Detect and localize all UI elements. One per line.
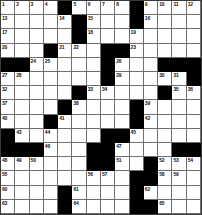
cell-r9c1[interactable]: 40 bbox=[1, 115, 15, 129]
cell-r4c7[interactable] bbox=[87, 44, 101, 58]
clue-number-39: 39 bbox=[145, 100, 150, 106]
cell-r4c5[interactable]: 21 bbox=[58, 44, 72, 58]
block-cell-r10c1 bbox=[1, 129, 15, 143]
block-cell-r1c10 bbox=[130, 1, 144, 15]
cell-r12c4[interactable] bbox=[44, 157, 58, 171]
cell-r6c4[interactable] bbox=[44, 72, 58, 86]
cell-r12c6[interactable] bbox=[72, 157, 86, 171]
cell-r12c1[interactable]: 48 bbox=[1, 157, 15, 171]
cell-r13c2[interactable] bbox=[15, 171, 29, 185]
cell-r3c2[interactable] bbox=[15, 29, 29, 43]
cell-r10c12[interactable] bbox=[158, 129, 172, 143]
cell-r4c14[interactable] bbox=[187, 44, 201, 58]
cell-r3c13[interactable] bbox=[172, 29, 186, 43]
cell-r14c1[interactable]: 60 bbox=[1, 186, 15, 200]
cell-r6c6[interactable] bbox=[72, 72, 86, 86]
cell-r11c9[interactable]: 47 bbox=[115, 143, 129, 157]
cell-r3c8[interactable] bbox=[101, 29, 115, 43]
clue-number-42: 42 bbox=[145, 115, 150, 121]
block-cell-r13c11 bbox=[144, 171, 158, 185]
cell-r15c12[interactable]: 65 bbox=[158, 200, 172, 214]
cell-r7c8[interactable]: 34 bbox=[101, 86, 115, 100]
block-cell-r15c10 bbox=[130, 200, 144, 214]
cell-r7c9[interactable] bbox=[115, 86, 129, 100]
cell-r13c9[interactable] bbox=[115, 171, 129, 185]
clue-number-65: 65 bbox=[159, 200, 164, 206]
cell-r12c13[interactable]: 53 bbox=[172, 157, 186, 171]
block-cell-r1c5 bbox=[58, 1, 72, 15]
clue-number-49: 49 bbox=[16, 157, 21, 163]
clue-number-54: 54 bbox=[188, 157, 193, 163]
clue-number-41: 41 bbox=[59, 115, 64, 121]
cell-r3c9[interactable] bbox=[115, 29, 129, 43]
cell-r7c5[interactable] bbox=[58, 86, 72, 100]
clue-number-31: 31 bbox=[173, 72, 178, 78]
clue-number-60: 60 bbox=[2, 186, 7, 192]
cell-r10c13[interactable] bbox=[172, 129, 186, 143]
cell-r2c7[interactable]: 15 bbox=[87, 15, 101, 29]
cell-r8c3[interactable] bbox=[30, 100, 44, 114]
cell-r7c3[interactable] bbox=[30, 86, 44, 100]
cell-r6c7[interactable] bbox=[87, 72, 101, 86]
cell-r9c3[interactable] bbox=[30, 115, 44, 129]
cell-r4c1[interactable]: 20 bbox=[1, 44, 15, 58]
cell-r7c7[interactable]: 33 bbox=[87, 86, 101, 100]
cell-r9c11[interactable]: 42 bbox=[144, 115, 158, 129]
cell-r14c6[interactable]: 61 bbox=[72, 186, 86, 200]
cell-r11c11[interactable] bbox=[144, 143, 158, 157]
block-cell-r5c13 bbox=[172, 58, 186, 72]
block-cell-r11c3 bbox=[30, 143, 44, 157]
clue-number-35: 35 bbox=[173, 86, 178, 92]
clue-number-18: 18 bbox=[88, 29, 93, 35]
block-cell-r14c10 bbox=[130, 186, 144, 200]
cell-r15c8[interactable] bbox=[101, 200, 115, 214]
cell-r14c7[interactable] bbox=[87, 186, 101, 200]
cell-r5c6[interactable] bbox=[72, 58, 86, 72]
clue-number-33: 33 bbox=[88, 86, 93, 92]
clue-number-64: 64 bbox=[73, 200, 78, 206]
cell-r12c3[interactable]: 50 bbox=[30, 157, 44, 171]
block-cell-r14c5 bbox=[58, 186, 72, 200]
clue-number-52: 52 bbox=[159, 157, 164, 163]
cell-r1c7[interactable]: 6 bbox=[87, 1, 101, 15]
block-cell-r12c11 bbox=[144, 157, 158, 171]
cell-r15c3[interactable] bbox=[30, 200, 44, 214]
cell-r15c2[interactable] bbox=[15, 200, 29, 214]
cell-r2c4[interactable] bbox=[44, 15, 58, 29]
clue-number-46: 46 bbox=[45, 143, 50, 149]
cell-r15c13[interactable] bbox=[172, 200, 186, 214]
clue-number-22: 22 bbox=[73, 44, 78, 50]
block-cell-r7c6 bbox=[72, 86, 86, 100]
cell-r14c3[interactable] bbox=[30, 186, 44, 200]
cell-r14c12[interactable] bbox=[158, 186, 172, 200]
cell-r5c5[interactable] bbox=[58, 58, 72, 72]
cell-r12c2[interactable]: 49 bbox=[15, 157, 29, 171]
clue-number-23: 23 bbox=[131, 44, 136, 50]
cell-r6c13[interactable]: 31 bbox=[172, 72, 186, 86]
cell-r6c11[interactable] bbox=[144, 72, 158, 86]
cell-r1c2[interactable]: 2 bbox=[15, 1, 29, 15]
clue-number-11: 11 bbox=[173, 1, 178, 7]
cell-r11c6[interactable] bbox=[72, 143, 86, 157]
clue-number-9: 9 bbox=[145, 1, 148, 7]
cell-r3c14[interactable] bbox=[187, 29, 201, 43]
block-cell-r8c5 bbox=[58, 100, 72, 114]
cell-r15c14[interactable] bbox=[187, 200, 201, 214]
cell-r7c4[interactable] bbox=[44, 86, 58, 100]
cell-r2c11[interactable]: 16 bbox=[144, 15, 158, 29]
clue-number-12: 12 bbox=[188, 1, 193, 7]
cell-r14c9[interactable] bbox=[115, 186, 129, 200]
cell-r2c2[interactable] bbox=[15, 15, 29, 29]
cell-r9c6[interactable] bbox=[72, 115, 86, 129]
cell-r9c13[interactable] bbox=[172, 115, 186, 129]
clue-number-37: 37 bbox=[2, 100, 7, 106]
cell-r5c10[interactable] bbox=[130, 58, 144, 72]
cell-r3c3[interactable] bbox=[30, 29, 44, 43]
cell-r8c11[interactable]: 39 bbox=[144, 100, 158, 114]
cell-r15c6[interactable]: 64 bbox=[72, 200, 86, 214]
cell-r9c2[interactable] bbox=[15, 115, 29, 129]
block-cell-r5c12 bbox=[158, 58, 172, 72]
cell-r1c14[interactable]: 12 bbox=[187, 1, 201, 15]
clue-number-19: 19 bbox=[131, 29, 136, 35]
cell-r2c8[interactable] bbox=[101, 15, 115, 29]
clue-number-43: 43 bbox=[16, 129, 21, 135]
clue-number-61: 61 bbox=[73, 186, 78, 192]
cell-r12c9[interactable]: 51 bbox=[115, 157, 129, 171]
cell-r8c13[interactable] bbox=[172, 100, 186, 114]
cell-r8c8[interactable] bbox=[101, 100, 115, 114]
cell-r7c13[interactable]: 35 bbox=[172, 86, 186, 100]
clue-number-4: 4 bbox=[45, 1, 48, 7]
cell-r3c4[interactable] bbox=[44, 29, 58, 43]
clue-number-40: 40 bbox=[2, 115, 7, 121]
clue-number-51: 51 bbox=[116, 157, 121, 163]
clue-number-56: 56 bbox=[88, 171, 93, 177]
cell-r13c12[interactable]: 58 bbox=[158, 171, 172, 185]
cell-r3c1[interactable]: 17 bbox=[1, 29, 15, 43]
cell-r1c1[interactable]: 1 bbox=[1, 1, 15, 15]
clue-number-1: 1 bbox=[2, 1, 5, 7]
block-cell-r2c10 bbox=[130, 15, 144, 29]
cell-r5c9[interactable]: 26 bbox=[115, 58, 129, 72]
cell-r1c3[interactable]: 3 bbox=[30, 1, 44, 15]
clue-number-16: 16 bbox=[145, 15, 150, 21]
clue-number-57: 57 bbox=[102, 171, 107, 177]
block-cell-r5c14 bbox=[187, 58, 201, 72]
cell-r6c10[interactable] bbox=[130, 72, 144, 86]
clue-number-44: 44 bbox=[45, 129, 50, 135]
cell-r15c7[interactable] bbox=[87, 200, 101, 214]
clue-number-32: 32 bbox=[2, 86, 7, 92]
clue-number-36: 36 bbox=[188, 86, 193, 92]
cell-r2c5[interactable]: 14 bbox=[58, 15, 72, 29]
cell-r8c14[interactable] bbox=[187, 100, 201, 114]
block-cell-r15c11 bbox=[144, 200, 158, 214]
cell-r6c1[interactable]: 27 bbox=[1, 72, 15, 86]
cell-r15c9[interactable] bbox=[115, 200, 129, 214]
cell-r3c10[interactable]: 19 bbox=[130, 29, 144, 43]
block-cell-r3c6 bbox=[72, 29, 86, 43]
cell-r10c3[interactable] bbox=[30, 129, 44, 143]
block-cell-r6c8 bbox=[101, 72, 115, 86]
clue-number-13: 13 bbox=[2, 15, 7, 21]
cell-r13c4[interactable] bbox=[44, 171, 58, 185]
block-cell-r5c1 bbox=[1, 58, 15, 72]
block-cell-r5c2 bbox=[15, 58, 29, 72]
cell-r9c12[interactable] bbox=[158, 115, 172, 129]
block-cell-r11c8 bbox=[101, 143, 115, 157]
cell-r4c12[interactable] bbox=[158, 44, 172, 58]
cell-r7c11[interactable] bbox=[144, 86, 158, 100]
clue-number-28: 28 bbox=[16, 72, 21, 78]
clue-number-3: 3 bbox=[31, 1, 34, 7]
cell-r11c5[interactable] bbox=[58, 143, 72, 157]
clue-number-8: 8 bbox=[116, 1, 119, 7]
cell-r13c6[interactable] bbox=[72, 171, 86, 185]
cell-r7c1[interactable]: 32 bbox=[1, 86, 15, 100]
clue-number-17: 17 bbox=[2, 29, 7, 35]
cell-r9c9[interactable] bbox=[115, 115, 129, 129]
cell-r12c14[interactable]: 54 bbox=[187, 157, 201, 171]
cell-r1c9[interactable]: 8 bbox=[115, 1, 129, 15]
cell-r13c13[interactable]: 59 bbox=[172, 171, 186, 185]
clue-number-29: 29 bbox=[116, 72, 121, 78]
cell-r11c12[interactable] bbox=[158, 143, 172, 157]
cell-r7c2[interactable] bbox=[15, 86, 29, 100]
cell-r10c2[interactable]: 43 bbox=[15, 129, 29, 143]
cell-r4c13[interactable] bbox=[172, 44, 186, 58]
block-cell-r12c7 bbox=[87, 157, 101, 171]
block-cell-r10c8 bbox=[101, 129, 115, 143]
clue-number-45: 45 bbox=[131, 129, 136, 135]
cell-r10c4[interactable]: 44 bbox=[44, 129, 58, 143]
block-cell-r15c5 bbox=[58, 200, 72, 214]
cell-r10c14[interactable] bbox=[187, 129, 201, 143]
block-cell-r11c1 bbox=[1, 143, 15, 157]
cell-r5c11[interactable] bbox=[144, 58, 158, 72]
block-cell-r4c4 bbox=[44, 44, 58, 58]
clue-number-14: 14 bbox=[59, 15, 64, 21]
clue-number-47: 47 bbox=[116, 143, 121, 149]
cell-r4c10[interactable]: 23 bbox=[130, 44, 144, 58]
cell-r13c3[interactable] bbox=[30, 171, 44, 185]
cell-r12c5[interactable] bbox=[58, 157, 72, 171]
cell-r1c4[interactable]: 4 bbox=[44, 1, 58, 15]
cell-r2c14[interactable] bbox=[187, 15, 201, 29]
clue-number-25: 25 bbox=[45, 58, 50, 64]
cell-r11c10[interactable] bbox=[130, 143, 144, 157]
cell-r3c7[interactable]: 18 bbox=[87, 29, 101, 43]
block-cell-r5c8 bbox=[101, 58, 115, 72]
clue-number-21: 21 bbox=[59, 44, 64, 50]
cell-r14c14[interactable] bbox=[187, 186, 201, 200]
clue-number-7: 7 bbox=[102, 1, 105, 7]
cell-r2c12[interactable] bbox=[158, 15, 172, 29]
cell-r5c7[interactable] bbox=[87, 58, 101, 72]
cell-r14c8[interactable] bbox=[101, 186, 115, 200]
cell-r8c6[interactable]: 38 bbox=[72, 100, 86, 114]
crossword-grid: 1234567891011121314151617181920212223242… bbox=[0, 0, 202, 215]
clue-number-63: 63 bbox=[2, 200, 7, 206]
cell-r12c12[interactable]: 52 bbox=[158, 157, 172, 171]
cell-r13c5[interactable] bbox=[58, 171, 72, 185]
block-cell-r6c14 bbox=[187, 72, 201, 86]
cell-r8c1[interactable]: 37 bbox=[1, 100, 15, 114]
cell-r7c14[interactable]: 36 bbox=[187, 86, 201, 100]
clue-number-10: 10 bbox=[159, 1, 164, 7]
cell-r10c6[interactable] bbox=[72, 129, 86, 143]
clue-number-26: 26 bbox=[116, 58, 121, 64]
clue-number-2: 2 bbox=[16, 1, 19, 7]
cell-r3c12[interactable] bbox=[158, 29, 172, 43]
cell-r1c13[interactable]: 11 bbox=[172, 1, 186, 15]
clue-number-6: 6 bbox=[88, 1, 91, 7]
cell-r3c5[interactable] bbox=[58, 29, 72, 43]
cell-r14c13[interactable] bbox=[172, 186, 186, 200]
block-cell-r4c8 bbox=[101, 44, 115, 58]
cell-r5c3[interactable]: 24 bbox=[30, 58, 44, 72]
cell-r13c14[interactable] bbox=[187, 171, 201, 185]
cell-r6c9[interactable]: 29 bbox=[115, 72, 129, 86]
block-cell-r8c10 bbox=[130, 100, 144, 114]
cell-r4c3[interactable] bbox=[30, 44, 44, 58]
cell-r13c1[interactable]: 55 bbox=[1, 171, 15, 185]
cell-r6c5[interactable] bbox=[58, 72, 72, 86]
block-cell-r12c8 bbox=[101, 157, 115, 171]
clue-number-34: 34 bbox=[102, 86, 107, 92]
cell-r2c3[interactable] bbox=[30, 15, 44, 29]
clue-number-62: 62 bbox=[145, 186, 150, 192]
block-cell-r10c9 bbox=[115, 129, 129, 143]
cell-r14c4[interactable] bbox=[44, 186, 58, 200]
clue-number-24: 24 bbox=[31, 58, 36, 64]
clue-number-15: 15 bbox=[88, 15, 93, 21]
cell-r10c5[interactable] bbox=[58, 129, 72, 143]
cell-r2c9[interactable] bbox=[115, 15, 129, 29]
cell-r2c1[interactable]: 13 bbox=[1, 15, 15, 29]
block-cell-r9c10 bbox=[130, 115, 144, 129]
cell-r8c2[interactable] bbox=[15, 100, 29, 114]
block-cell-r4c9 bbox=[115, 44, 129, 58]
cell-r14c11[interactable]: 62 bbox=[144, 186, 158, 200]
cell-r15c4[interactable] bbox=[44, 200, 58, 214]
clue-number-55: 55 bbox=[2, 171, 7, 177]
cell-r5c4[interactable]: 25 bbox=[44, 58, 58, 72]
cell-r12c10[interactable] bbox=[130, 157, 144, 171]
cell-r13c8[interactable]: 57 bbox=[101, 171, 115, 185]
clue-number-48: 48 bbox=[2, 157, 7, 163]
cell-r10c10[interactable]: 45 bbox=[130, 129, 144, 143]
cell-r2c13[interactable] bbox=[172, 15, 186, 29]
cell-r13c7[interactable]: 56 bbox=[87, 171, 101, 185]
cell-r6c2[interactable]: 28 bbox=[15, 72, 29, 86]
cell-r1c6[interactable]: 5 bbox=[72, 1, 86, 15]
clue-number-50: 50 bbox=[31, 157, 36, 163]
cell-r6c12[interactable]: 30 bbox=[158, 72, 172, 86]
block-cell-r13c10 bbox=[130, 171, 144, 185]
cell-r8c9[interactable] bbox=[115, 100, 129, 114]
cell-r4c6[interactable]: 22 bbox=[72, 44, 86, 58]
cell-r9c14[interactable] bbox=[187, 115, 201, 129]
cell-r9c5[interactable]: 41 bbox=[58, 115, 72, 129]
cell-r9c8[interactable] bbox=[101, 115, 115, 129]
cell-r8c7[interactable] bbox=[87, 100, 101, 114]
cell-r10c7[interactable] bbox=[87, 129, 101, 143]
clue-number-20: 20 bbox=[2, 44, 7, 50]
block-cell-r11c2 bbox=[15, 143, 29, 157]
cell-r8c4[interactable] bbox=[44, 100, 58, 114]
block-cell-r2c6 bbox=[72, 15, 86, 29]
cell-r4c11[interactable] bbox=[144, 44, 158, 58]
cell-r8c12[interactable] bbox=[158, 100, 172, 114]
cell-r1c8[interactable]: 7 bbox=[101, 1, 115, 15]
cell-r4c2[interactable] bbox=[15, 44, 29, 58]
block-cell-r7c12 bbox=[158, 86, 172, 100]
block-cell-r11c14 bbox=[187, 143, 201, 157]
cell-r10c11[interactable] bbox=[144, 129, 158, 143]
cell-r11c4[interactable]: 46 bbox=[44, 143, 58, 157]
cell-r1c12[interactable]: 10 bbox=[158, 1, 172, 15]
block-cell-r9c4 bbox=[44, 115, 58, 129]
clue-number-5: 5 bbox=[73, 1, 76, 7]
clue-number-58: 58 bbox=[159, 171, 164, 177]
clue-number-27: 27 bbox=[2, 72, 7, 78]
cell-r15c1[interactable]: 63 bbox=[1, 200, 15, 214]
clue-number-53: 53 bbox=[173, 157, 178, 163]
clue-number-59: 59 bbox=[173, 171, 178, 177]
cell-r9c7[interactable] bbox=[87, 115, 101, 129]
clue-number-30: 30 bbox=[159, 72, 164, 78]
clue-number-38: 38 bbox=[73, 100, 78, 106]
cell-r1c11[interactable]: 9 bbox=[144, 1, 158, 15]
cell-r6c3[interactable] bbox=[30, 72, 44, 86]
block-cell-r11c7 bbox=[87, 143, 101, 157]
cell-r7c10[interactable] bbox=[130, 86, 144, 100]
cell-r14c2[interactable] bbox=[15, 186, 29, 200]
block-cell-r11c13 bbox=[172, 143, 186, 157]
cell-r3c11[interactable] bbox=[144, 29, 158, 43]
